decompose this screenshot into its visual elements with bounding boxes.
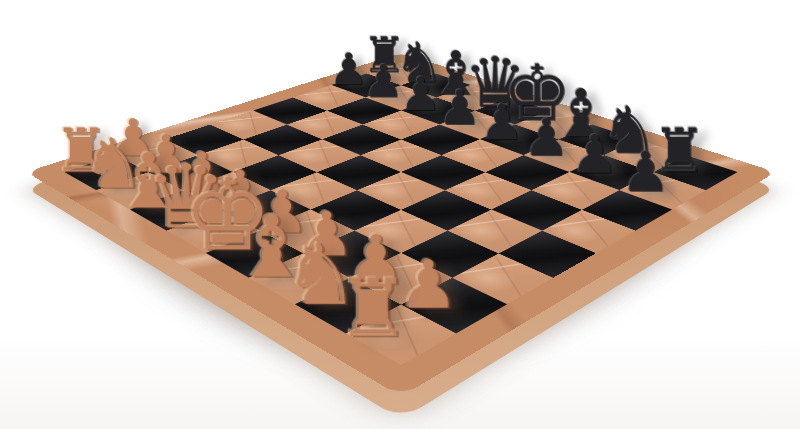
board-grid: ♜♞♝♛♚♝♞♜♟♟♟♟♟♟♟♟♟♟♟♟♟♟♟♟♜♞♝♛♚♝♞♜ bbox=[64, 62, 737, 365]
marble-chess-set-photo: ♜♞♝♛♚♝♞♜♟♟♟♟♟♟♟♟♟♟♟♟♟♟♟♟♜♞♝♛♚♝♞♜ bbox=[0, 0, 800, 429]
chess-board: ♜♞♝♛♚♝♞♜♟♟♟♟♟♟♟♟♟♟♟♟♟♟♟♟♜♞♝♛♚♝♞♜ bbox=[26, 53, 776, 397]
square-e5 bbox=[401, 155, 485, 190]
camera-stage: ♜♞♝♛♚♝♞♜♟♟♟♟♟♟♟♟♟♟♟♟♟♟♟♟♜♞♝♛♚♝♞♜ bbox=[0, 0, 800, 429]
black-pawn-h7: ♟ bbox=[595, 145, 696, 200]
white-rook-h1: ♜ bbox=[309, 267, 438, 348]
square-h7: ♟ bbox=[619, 172, 706, 210]
